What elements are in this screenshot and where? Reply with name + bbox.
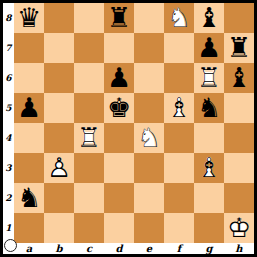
square-a3[interactable] (14, 153, 44, 183)
square-c2[interactable] (74, 183, 104, 213)
square-a6[interactable] (14, 63, 44, 93)
rank-label-8: 8 (3, 3, 14, 33)
square-h3[interactable] (224, 153, 254, 183)
square-b1[interactable] (44, 213, 74, 243)
square-d5[interactable]: ♚ (104, 93, 134, 123)
square-b2[interactable] (44, 183, 74, 213)
black-rook[interactable]: ♜ (104, 3, 134, 33)
square-f4[interactable] (164, 123, 194, 153)
square-d8[interactable]: ♜ (104, 3, 134, 33)
square-g6[interactable]: ♜♖ (194, 63, 224, 93)
square-d6[interactable]: ♟ (104, 63, 134, 93)
square-c7[interactable] (74, 33, 104, 63)
square-f6[interactable] (164, 63, 194, 93)
square-c3[interactable] (74, 153, 104, 183)
file-label-e: e (134, 243, 164, 254)
square-e2[interactable] (134, 183, 164, 213)
square-c5[interactable] (74, 93, 104, 123)
square-e5[interactable] (134, 93, 164, 123)
square-g7[interactable]: ♟ (194, 33, 224, 63)
black-pawn[interactable]: ♟ (104, 63, 134, 93)
square-b3[interactable]: ♟♙ (44, 153, 74, 183)
square-a5[interactable]: ♟ (14, 93, 44, 123)
white-bishop-fill: ♝ (164, 93, 194, 123)
square-c4[interactable]: ♜♖ (74, 123, 104, 153)
black-queen[interactable]: ♛ (14, 3, 44, 33)
white-knight-fill: ♞ (164, 3, 194, 33)
white-knight[interactable]: ♘ (134, 123, 164, 153)
square-a4[interactable] (14, 123, 44, 153)
white-king[interactable]: ♔ (224, 213, 254, 243)
file-label-b: b (44, 243, 74, 254)
square-c1[interactable] (74, 213, 104, 243)
rank-label-6: 6 (3, 63, 14, 93)
square-b8[interactable] (44, 3, 74, 33)
file-label-c: c (74, 243, 104, 254)
square-h8[interactable] (224, 3, 254, 33)
square-h4[interactable] (224, 123, 254, 153)
square-f7[interactable] (164, 33, 194, 63)
black-bishop[interactable]: ♝ (194, 3, 224, 33)
white-rook-fill: ♜ (74, 123, 104, 153)
black-knight[interactable]: ♞ (194, 93, 224, 123)
square-a1[interactable] (14, 213, 44, 243)
white-rook-fill: ♜ (194, 63, 224, 93)
square-a7[interactable] (14, 33, 44, 63)
square-h7[interactable]: ♜ (224, 33, 254, 63)
square-g5[interactable]: ♞ (194, 93, 224, 123)
square-f8[interactable]: ♞♘ (164, 3, 194, 33)
square-g4[interactable] (194, 123, 224, 153)
black-pawn[interactable]: ♟ (194, 33, 224, 63)
rank-label-3: 3 (3, 153, 14, 183)
white-to-move-indicator-circle (4, 239, 17, 252)
file-label-a: a (14, 243, 44, 254)
white-bishop[interactable]: ♗ (194, 153, 224, 183)
white-knight[interactable]: ♘ (164, 3, 194, 33)
black-king[interactable]: ♚ (104, 93, 134, 123)
white-pawn-fill: ♟ (44, 153, 74, 183)
square-d4[interactable] (104, 123, 134, 153)
square-h1[interactable]: ♚♔ (224, 213, 254, 243)
black-bishop[interactable]: ♝ (224, 63, 254, 93)
square-b4[interactable] (44, 123, 74, 153)
square-g3[interactable]: ♝♗ (194, 153, 224, 183)
square-a8[interactable]: ♛ (14, 3, 44, 33)
square-h5[interactable] (224, 93, 254, 123)
square-g8[interactable]: ♝ (194, 3, 224, 33)
square-d2[interactable] (104, 183, 134, 213)
square-b6[interactable] (44, 63, 74, 93)
square-f3[interactable] (164, 153, 194, 183)
white-rook[interactable]: ♖ (194, 63, 224, 93)
square-e7[interactable] (134, 33, 164, 63)
chess-board: ♛♜♞♘♝♟♜♟♜♖♝♟♚♝♗♞♜♖♞♘♟♙♝♗♞♚♔ (14, 3, 254, 243)
white-knight-fill: ♞ (134, 123, 164, 153)
square-e1[interactable] (134, 213, 164, 243)
square-d1[interactable] (104, 213, 134, 243)
white-king-fill: ♚ (224, 213, 254, 243)
square-c8[interactable] (74, 3, 104, 33)
square-g2[interactable] (194, 183, 224, 213)
square-g1[interactable] (194, 213, 224, 243)
black-knight[interactable]: ♞ (14, 183, 44, 213)
square-f5[interactable]: ♝♗ (164, 93, 194, 123)
square-h2[interactable] (224, 183, 254, 213)
black-rook[interactable]: ♜ (224, 33, 254, 63)
square-a2[interactable]: ♞ (14, 183, 44, 213)
square-b5[interactable] (44, 93, 74, 123)
white-pawn[interactable]: ♙ (44, 153, 74, 183)
black-pawn[interactable]: ♟ (14, 93, 44, 123)
square-e8[interactable] (134, 3, 164, 33)
square-b7[interactable] (44, 33, 74, 63)
white-bishop[interactable]: ♗ (164, 93, 194, 123)
square-e4[interactable]: ♞♘ (134, 123, 164, 153)
square-e6[interactable] (134, 63, 164, 93)
file-labels: abcdefgh (14, 243, 254, 254)
square-f1[interactable] (164, 213, 194, 243)
rank-labels: 87654321 (3, 3, 14, 243)
file-label-d: d (104, 243, 134, 254)
square-e3[interactable] (134, 153, 164, 183)
square-c6[interactable] (74, 63, 104, 93)
file-label-g: g (194, 243, 224, 254)
square-f2[interactable] (164, 183, 194, 213)
file-label-h: h (224, 243, 254, 254)
file-label-f: f (164, 243, 194, 254)
square-h6[interactable]: ♝ (224, 63, 254, 93)
rank-label-5: 5 (3, 93, 14, 123)
rank-label-7: 7 (3, 33, 14, 63)
chess-diagram-frame: 87654321 ♛♜♞♘♝♟♜♟♜♖♝♟♚♝♗♞♜♖♞♘♟♙♝♗♞♚♔ abc… (0, 0, 257, 257)
white-rook[interactable]: ♖ (74, 123, 104, 153)
rank-label-2: 2 (3, 183, 14, 213)
square-d3[interactable] (104, 153, 134, 183)
white-bishop-fill: ♝ (194, 153, 224, 183)
rank-label-4: 4 (3, 123, 14, 153)
square-d7[interactable] (104, 33, 134, 63)
